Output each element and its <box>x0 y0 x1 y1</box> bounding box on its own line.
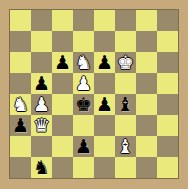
square-h3[interactable] <box>157 115 178 136</box>
square-e7[interactable] <box>94 31 115 52</box>
black-king-d4[interactable]: ♚ <box>73 94 94 115</box>
square-c6[interactable]: ♟ <box>52 52 73 73</box>
chess-app-window: ♟♞♟♚♟♟♞♟♚♟♝♟♛♟♝♞ <box>0 0 188 189</box>
square-f5[interactable] <box>115 73 136 94</box>
square-a5[interactable] <box>10 73 31 94</box>
square-g3[interactable] <box>136 115 157 136</box>
square-c3[interactable] <box>52 115 73 136</box>
square-e1[interactable] <box>94 157 115 178</box>
square-f8[interactable] <box>115 10 136 31</box>
square-a3[interactable]: ♟ <box>10 115 31 136</box>
square-g2[interactable] <box>136 136 157 157</box>
square-a6[interactable] <box>10 52 31 73</box>
black-pawn-a3[interactable]: ♟ <box>10 115 31 136</box>
square-g4[interactable] <box>136 94 157 115</box>
black-pawn-b5[interactable]: ♟ <box>31 73 52 94</box>
square-h5[interactable] <box>157 73 178 94</box>
square-g6[interactable] <box>136 52 157 73</box>
black-pawn-c6[interactable]: ♟ <box>52 52 73 73</box>
square-b1[interactable]: ♞ <box>31 157 52 178</box>
square-e4[interactable]: ♟ <box>94 94 115 115</box>
square-d6[interactable]: ♞ <box>73 52 94 73</box>
square-f1[interactable] <box>115 157 136 178</box>
square-b5[interactable]: ♟ <box>31 73 52 94</box>
black-bishop-f4[interactable]: ♝ <box>115 94 136 115</box>
white-bishop-f2[interactable]: ♝ <box>115 136 136 157</box>
square-e8[interactable] <box>94 10 115 31</box>
white-queen-b3[interactable]: ♛ <box>31 115 52 136</box>
square-h4[interactable] <box>157 94 178 115</box>
square-g5[interactable] <box>136 73 157 94</box>
square-d1[interactable] <box>73 157 94 178</box>
square-f7[interactable] <box>115 31 136 52</box>
square-a1[interactable] <box>10 157 31 178</box>
square-h6[interactable] <box>157 52 178 73</box>
square-a4[interactable]: ♞ <box>10 94 31 115</box>
square-d4[interactable]: ♚ <box>73 94 94 115</box>
square-d5[interactable]: ♟ <box>73 73 94 94</box>
square-a7[interactable] <box>10 31 31 52</box>
black-pawn-e4[interactable]: ♟ <box>94 94 115 115</box>
square-b8[interactable] <box>31 10 52 31</box>
square-b2[interactable] <box>31 136 52 157</box>
white-pawn-b4[interactable]: ♟ <box>31 94 52 115</box>
square-b3[interactable]: ♛ <box>31 115 52 136</box>
square-g8[interactable] <box>136 10 157 31</box>
square-c7[interactable] <box>52 31 73 52</box>
square-d7[interactable] <box>73 31 94 52</box>
square-d8[interactable] <box>73 10 94 31</box>
black-knight-b1[interactable]: ♞ <box>31 157 52 178</box>
square-e2[interactable] <box>94 136 115 157</box>
square-a8[interactable] <box>10 10 31 31</box>
white-pawn-d5[interactable]: ♟ <box>73 73 94 94</box>
square-e5[interactable] <box>94 73 115 94</box>
square-b4[interactable]: ♟ <box>31 94 52 115</box>
square-h7[interactable] <box>157 31 178 52</box>
square-d2[interactable]: ♟ <box>73 136 94 157</box>
square-e3[interactable] <box>94 115 115 136</box>
square-h2[interactable] <box>157 136 178 157</box>
square-f2[interactable]: ♝ <box>115 136 136 157</box>
square-b6[interactable] <box>31 52 52 73</box>
square-h8[interactable] <box>157 10 178 31</box>
white-knight-a4[interactable]: ♞ <box>10 94 31 115</box>
square-c4[interactable] <box>52 94 73 115</box>
square-h1[interactable] <box>157 157 178 178</box>
square-g7[interactable] <box>136 31 157 52</box>
white-king-f6[interactable]: ♚ <box>115 52 136 73</box>
square-f4[interactable]: ♝ <box>115 94 136 115</box>
square-c8[interactable] <box>52 10 73 31</box>
square-f6[interactable]: ♚ <box>115 52 136 73</box>
black-pawn-e6[interactable]: ♟ <box>94 52 115 73</box>
chess-board: ♟♞♟♚♟♟♞♟♚♟♝♟♛♟♝♞ <box>10 10 178 178</box>
square-b7[interactable] <box>31 31 52 52</box>
white-knight-d6[interactable]: ♞ <box>73 52 94 73</box>
square-e6[interactable]: ♟ <box>94 52 115 73</box>
square-c2[interactable] <box>52 136 73 157</box>
square-g1[interactable] <box>136 157 157 178</box>
black-pawn-d2[interactable]: ♟ <box>73 136 94 157</box>
square-d3[interactable] <box>73 115 94 136</box>
square-f3[interactable] <box>115 115 136 136</box>
square-c5[interactable] <box>52 73 73 94</box>
square-a2[interactable] <box>10 136 31 157</box>
square-c1[interactable] <box>52 157 73 178</box>
